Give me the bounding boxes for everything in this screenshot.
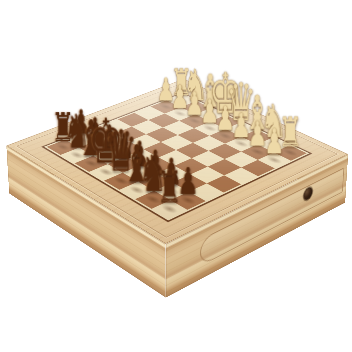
scene: ♜♟♞♟♝♟♚♟♛♟♝♟♟♞♜♟♟♜♞♟♟♝♟♚♟♛♟♝♟♞♟♜: [0, 0, 352, 352]
product-photo-stage: ♜♟♞♟♝♟♚♟♛♟♝♟♟♞♜♟♟♜♞♟♟♝♟♚♟♛♟♝♟♞♟♜: [0, 0, 352, 352]
white-pawn-glyph: ♟: [264, 126, 284, 161]
black-rook-glyph: ♜: [157, 165, 183, 209]
